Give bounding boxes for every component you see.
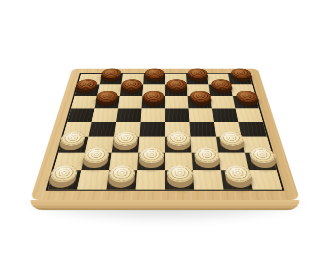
dark-piece[interactable]	[144, 68, 164, 78]
square-f5	[188, 108, 213, 122]
dark-piece[interactable]	[230, 68, 252, 78]
dark-piece[interactable]	[100, 68, 121, 78]
square-b2[interactable]	[81, 153, 111, 171]
square-d6[interactable]	[142, 96, 165, 108]
square-c7[interactable]	[120, 84, 143, 96]
square-g6	[210, 96, 235, 108]
square-e7[interactable]	[165, 84, 188, 96]
board-grid	[46, 73, 285, 191]
light-piece[interactable]	[193, 147, 220, 163]
square-g5[interactable]	[212, 108, 238, 122]
light-piece[interactable]	[112, 131, 137, 145]
square-h1	[249, 170, 282, 189]
photo-scene	[0, 0, 330, 275]
light-piece[interactable]	[248, 147, 277, 163]
square-h6[interactable]	[233, 96, 259, 108]
square-c1[interactable]	[106, 170, 137, 189]
dark-piece[interactable]	[95, 91, 118, 102]
square-c3[interactable]	[112, 137, 140, 153]
square-g7[interactable]	[209, 84, 233, 96]
square-d4[interactable]	[139, 122, 165, 137]
square-c5[interactable]	[116, 108, 141, 122]
dark-piece[interactable]	[142, 91, 163, 102]
square-e1[interactable]	[165, 170, 194, 189]
square-f6[interactable]	[188, 96, 212, 108]
light-piece[interactable]	[48, 165, 79, 182]
board-front-edge	[30, 200, 300, 210]
square-e5[interactable]	[165, 108, 189, 122]
square-b1	[77, 170, 109, 189]
square-e3[interactable]	[165, 137, 192, 153]
square-c6	[118, 96, 142, 108]
dark-piece[interactable]	[210, 79, 232, 89]
square-a5[interactable]	[67, 108, 94, 122]
square-f1	[193, 170, 224, 189]
square-h2[interactable]	[245, 153, 277, 171]
square-b5	[92, 108, 118, 122]
square-b4[interactable]	[88, 122, 116, 137]
square-a3[interactable]	[58, 137, 88, 153]
light-piece[interactable]	[166, 131, 190, 145]
dark-piece[interactable]	[121, 79, 142, 89]
square-h4[interactable]	[238, 122, 267, 137]
square-a1[interactable]	[48, 170, 81, 189]
dark-piece[interactable]	[75, 79, 98, 89]
square-f8[interactable]	[186, 74, 209, 85]
light-piece[interactable]	[107, 165, 135, 182]
square-e6	[165, 96, 188, 108]
dark-piece[interactable]	[189, 91, 211, 102]
square-b8[interactable]	[100, 74, 123, 85]
light-piece[interactable]	[166, 165, 193, 182]
light-piece[interactable]	[138, 147, 163, 163]
square-g3[interactable]	[216, 137, 245, 153]
checkers-board	[30, 69, 300, 200]
square-d5	[141, 108, 165, 122]
square-d1	[136, 170, 165, 189]
dark-piece[interactable]	[187, 68, 208, 78]
light-piece[interactable]	[59, 131, 86, 145]
dark-piece[interactable]	[166, 79, 187, 89]
square-f2[interactable]	[192, 153, 221, 171]
square-b6[interactable]	[95, 96, 120, 108]
light-piece[interactable]	[82, 147, 110, 163]
square-g1[interactable]	[221, 170, 253, 189]
square-d2[interactable]	[137, 153, 165, 171]
square-d8[interactable]	[143, 74, 165, 85]
square-h8[interactable]	[228, 74, 252, 85]
square-h5	[235, 108, 262, 122]
dark-piece[interactable]	[235, 91, 259, 102]
square-f4[interactable]	[189, 122, 216, 137]
square-a6	[71, 96, 97, 108]
